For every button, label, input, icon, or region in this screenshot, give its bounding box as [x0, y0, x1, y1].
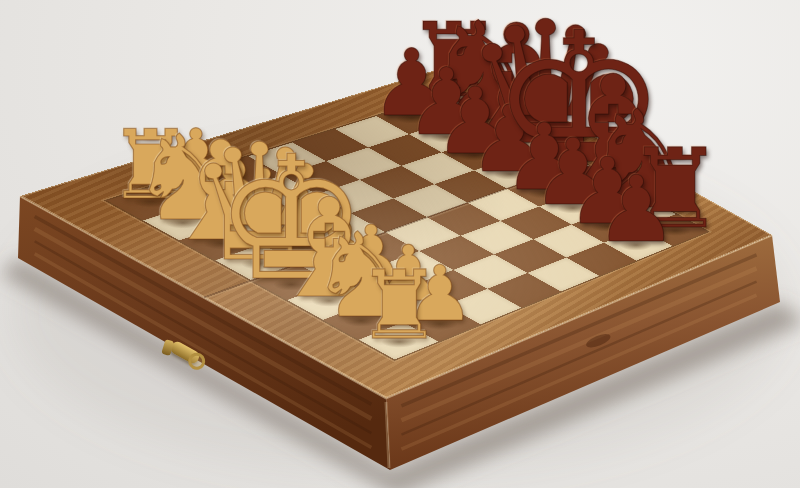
chess-set-photo: ♜♞♝♛♚♝♞♜♟♟♟♟♟♟♟♟♟♟♟♟♟♟♟♟♜♞♝♛♚♝♞♜ Product… [0, 0, 800, 488]
piece-black-pawn[interactable]: ♟ [595, 164, 677, 256]
piece-white-rook[interactable]: ♜ [356, 258, 441, 353]
